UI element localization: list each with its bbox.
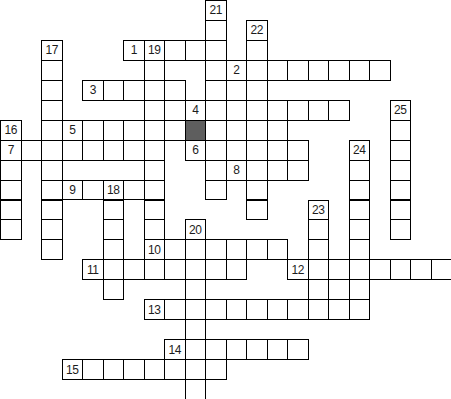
crossword-cell[interactable]: [205, 120, 227, 141]
crossword-cell[interactable]: [308, 239, 330, 260]
crossword-cell[interactable]: [164, 120, 186, 141]
crossword-cell[interactable]: [328, 299, 350, 320]
crossword-cell[interactable]: [144, 100, 166, 121]
crossword-cell[interactable]: 17: [41, 40, 63, 61]
crossword-cell[interactable]: [246, 80, 268, 101]
crossword-cell[interactable]: 15: [62, 359, 84, 380]
crossword-cell[interactable]: [164, 299, 186, 320]
crossword-cell[interactable]: [246, 180, 268, 201]
crossword-cell[interactable]: [164, 80, 186, 101]
clue-number: 10: [148, 244, 160, 256]
crossword-cell[interactable]: [246, 40, 268, 61]
crossword-cell[interactable]: [144, 120, 166, 141]
crossword-cell[interactable]: 1: [123, 40, 145, 61]
crossword-cell[interactable]: [390, 120, 412, 141]
crossword-cell[interactable]: [41, 160, 63, 181]
crossword-cell[interactable]: 20: [185, 219, 207, 240]
clue-number: 12: [292, 264, 304, 276]
crossword-cell[interactable]: [246, 239, 268, 260]
crossword-cell[interactable]: [226, 140, 248, 161]
crossword-cell[interactable]: [308, 60, 330, 81]
crossword-cell[interactable]: [328, 100, 350, 121]
crossword-cell[interactable]: [390, 180, 412, 201]
crossword-cell[interactable]: [82, 120, 104, 141]
clue-number: 16: [5, 124, 17, 136]
crossword-cell[interactable]: [41, 219, 63, 240]
crossword-cell[interactable]: [205, 140, 227, 161]
crossword-cell[interactable]: [349, 160, 371, 181]
crossword-cell[interactable]: [410, 259, 432, 280]
crossword-cell[interactable]: [287, 299, 309, 320]
crossword-cell[interactable]: [185, 379, 207, 399]
crossword-cell[interactable]: [144, 160, 166, 181]
crossword-cell[interactable]: [308, 299, 330, 320]
crossword-cell[interactable]: 19: [144, 40, 166, 61]
crossword-cell[interactable]: [246, 60, 268, 81]
crossword-cell[interactable]: [390, 259, 412, 280]
crossword-cell[interactable]: [328, 60, 350, 81]
crossword-cell[interactable]: [390, 200, 412, 221]
crossword-cell[interactable]: [123, 180, 145, 201]
crossword-cell[interactable]: 3: [82, 80, 104, 101]
crossword-cell[interactable]: [205, 339, 227, 360]
crossword-cell[interactable]: [144, 60, 166, 81]
crossword-cell[interactable]: [103, 80, 125, 101]
crossword-cell[interactable]: [267, 120, 289, 141]
crossword-cell[interactable]: [103, 359, 125, 380]
crossword-cell[interactable]: 7: [0, 140, 22, 161]
crossword-cell[interactable]: 11: [82, 259, 104, 280]
crossword-cell[interactable]: 13: [144, 299, 166, 320]
crossword-cell[interactable]: [0, 219, 22, 240]
crossword-cell[interactable]: [41, 140, 63, 161]
crossword-cell[interactable]: [205, 259, 227, 280]
clue-number: 2: [233, 64, 239, 76]
crossword-cell[interactable]: [226, 259, 248, 280]
crossword-cell[interactable]: [205, 160, 227, 181]
crossword-cell[interactable]: [349, 200, 371, 221]
crossword-cell[interactable]: [246, 299, 268, 320]
crossword-cell[interactable]: [144, 219, 166, 240]
crossword-cell[interactable]: [390, 160, 412, 181]
crossword-cell[interactable]: [349, 239, 371, 260]
clue-number: 5: [69, 124, 75, 136]
crossword-cell[interactable]: [246, 339, 268, 360]
crossword-cell[interactable]: 9: [62, 180, 84, 201]
clue-number: 9: [69, 184, 75, 196]
crossword-cell[interactable]: 8: [226, 160, 248, 181]
crossword-cell[interactable]: [226, 299, 248, 320]
crossword-cell[interactable]: [349, 279, 371, 300]
crossword-cell[interactable]: 6: [185, 140, 207, 161]
clue-number: 24: [353, 144, 365, 156]
crossword-cell[interactable]: [0, 200, 22, 221]
crossword-cell[interactable]: [185, 239, 207, 260]
crossword-cell[interactable]: [41, 60, 63, 81]
crossword-cell[interactable]: [123, 140, 145, 161]
crossword-cell[interactable]: [308, 219, 330, 240]
crossword-cell[interactable]: [349, 299, 371, 320]
crossword-cell[interactable]: [164, 359, 186, 380]
clue-number: 18: [107, 184, 119, 196]
crossword-cell[interactable]: [267, 339, 289, 360]
crossword-cell[interactable]: [267, 140, 289, 161]
crossword-cell[interactable]: [185, 359, 207, 380]
clue-number: 19: [148, 44, 160, 56]
crossword-cell[interactable]: [164, 259, 186, 280]
crossword-cell[interactable]: [349, 219, 371, 240]
crossword-cell[interactable]: [226, 120, 248, 141]
crossword-cell[interactable]: 22: [246, 20, 268, 41]
crossword-cell[interactable]: [226, 239, 248, 260]
clue-number: 22: [251, 24, 263, 36]
crossword-cell[interactable]: [164, 239, 186, 260]
crossword-cell[interactable]: [308, 100, 330, 121]
crossword-cell[interactable]: [144, 200, 166, 221]
crossword-cell[interactable]: [431, 259, 451, 280]
clue-number: 3: [90, 84, 96, 96]
crossword-cell[interactable]: 12: [287, 259, 309, 280]
crossword-cell[interactable]: [267, 100, 289, 121]
clue-number: 13: [148, 304, 160, 316]
clue-number: 11: [87, 264, 98, 276]
crossword-cell[interactable]: [205, 60, 227, 81]
crossword-board: 2122171192342516576248918232010111213141…: [0, 0, 451, 399]
crossword-cell[interactable]: [349, 259, 371, 280]
crossword-cell[interactable]: 2: [226, 60, 248, 81]
crossword-cell[interactable]: [205, 180, 227, 201]
crossword-cell[interactable]: [103, 259, 125, 280]
clue-number: 20: [189, 224, 201, 236]
crossword-cell[interactable]: [205, 20, 227, 41]
crossword-cell[interactable]: [226, 100, 248, 121]
crossword-cell[interactable]: [82, 180, 104, 201]
crossword-cell[interactable]: [144, 359, 166, 380]
crossword-cell[interactable]: [62, 140, 84, 161]
crossword-cell[interactable]: [0, 160, 22, 181]
clue-number: 7: [8, 144, 14, 156]
clue-number: 17: [46, 44, 58, 56]
crossword-cell[interactable]: 23: [308, 200, 330, 221]
clue-number: 4: [192, 104, 198, 116]
crossword-cell[interactable]: [41, 200, 63, 221]
crossword-cell[interactable]: 24: [349, 140, 371, 161]
crossword-cell[interactable]: [41, 120, 63, 141]
clue-number: 21: [210, 4, 222, 16]
crossword-cell[interactable]: [205, 100, 227, 121]
crossword-cell[interactable]: 5: [62, 120, 84, 141]
crossword-cell[interactable]: [103, 219, 125, 240]
crossword-cell[interactable]: 4: [185, 100, 207, 121]
crossword-cell[interactable]: [103, 239, 125, 260]
crossword-cell[interactable]: [41, 239, 63, 260]
crossword-cell[interactable]: 18: [103, 180, 125, 201]
crossword-cell[interactable]: [185, 279, 207, 300]
crossword-cell[interactable]: [369, 259, 391, 280]
crossword-cell[interactable]: [267, 160, 289, 181]
crossword-cell[interactable]: [123, 80, 145, 101]
crossword-cell[interactable]: 10: [144, 239, 166, 260]
crossword-cell[interactable]: [205, 359, 227, 380]
crossword-cell[interactable]: [82, 140, 104, 161]
clue-number: 14: [169, 344, 181, 356]
crossword-cell[interactable]: [0, 180, 22, 201]
crossword-cell[interactable]: [246, 120, 268, 141]
crossword-cell[interactable]: [82, 359, 104, 380]
crossword-cell[interactable]: [267, 239, 289, 260]
crossword-cell[interactable]: [246, 200, 268, 221]
crossword-cell[interactable]: [390, 140, 412, 161]
crossword-cell[interactable]: [287, 100, 309, 121]
crossword-cell[interactable]: [144, 80, 166, 101]
crossword-cell[interactable]: [103, 120, 125, 141]
crossword-cell[interactable]: [103, 279, 125, 300]
crossword-cell[interactable]: [287, 140, 309, 161]
crossword-cell[interactable]: [328, 259, 350, 280]
crossword-cell[interactable]: [267, 60, 289, 81]
crossword-cell[interactable]: [185, 339, 207, 360]
crossword-cell[interactable]: [144, 180, 166, 201]
crossword-cell[interactable]: [123, 359, 145, 380]
crossword-cell[interactable]: [205, 299, 227, 320]
crossword-cell[interactable]: [308, 259, 330, 280]
crossword-cell[interactable]: [185, 299, 207, 320]
crossword-cell[interactable]: 14: [164, 339, 186, 360]
clue-number: 23: [312, 204, 324, 216]
crossword-cell[interactable]: [205, 80, 227, 101]
crossword-cell[interactable]: [185, 319, 207, 340]
crossword-cell[interactable]: 25: [390, 100, 412, 121]
crossword-cell[interactable]: [369, 60, 391, 81]
clue-number: 15: [66, 364, 78, 376]
crossword-cell[interactable]: [164, 40, 186, 61]
crossword-cell[interactable]: [103, 140, 125, 161]
crossword-cell[interactable]: [185, 40, 207, 61]
crossword-cell[interactable]: [308, 279, 330, 300]
crossword-cell[interactable]: [41, 180, 63, 201]
crossword-cell[interactable]: [246, 100, 268, 121]
crossword-cell[interactable]: [287, 60, 309, 81]
crossword-cell[interactable]: [349, 60, 371, 81]
crossword-cell[interactable]: [123, 259, 145, 280]
clue-number: 8: [233, 164, 239, 176]
clue-number: 25: [394, 104, 406, 116]
crossword-cell[interactable]: [390, 219, 412, 240]
crossword-cell[interactable]: 21: [205, 0, 227, 21]
crossword-cell[interactable]: [287, 160, 309, 181]
crossword-cell[interactable]: [41, 100, 63, 121]
crossword-cell[interactable]: [41, 80, 63, 101]
crossword-cell[interactable]: 16: [0, 120, 22, 141]
clue-number: 6: [192, 144, 198, 156]
crossword-cell[interactable]: [21, 140, 43, 161]
shaded-cell: [185, 120, 207, 141]
crossword-cell[interactable]: [246, 160, 268, 181]
crossword-cell[interactable]: [123, 120, 145, 141]
crossword-cell[interactable]: [103, 200, 125, 221]
crossword-cell[interactable]: [185, 259, 207, 280]
crossword-cell[interactable]: [205, 239, 227, 260]
crossword-cell[interactable]: [287, 339, 309, 360]
clue-number: 1: [131, 44, 137, 56]
crossword-cell[interactable]: [226, 339, 248, 360]
crossword-cell[interactable]: [144, 259, 166, 280]
crossword-cell[interactable]: [205, 40, 227, 61]
crossword-cell[interactable]: [246, 140, 268, 161]
crossword-cell[interactable]: [267, 299, 289, 320]
crossword-cell[interactable]: [144, 140, 166, 161]
crossword-cell[interactable]: [349, 180, 371, 201]
